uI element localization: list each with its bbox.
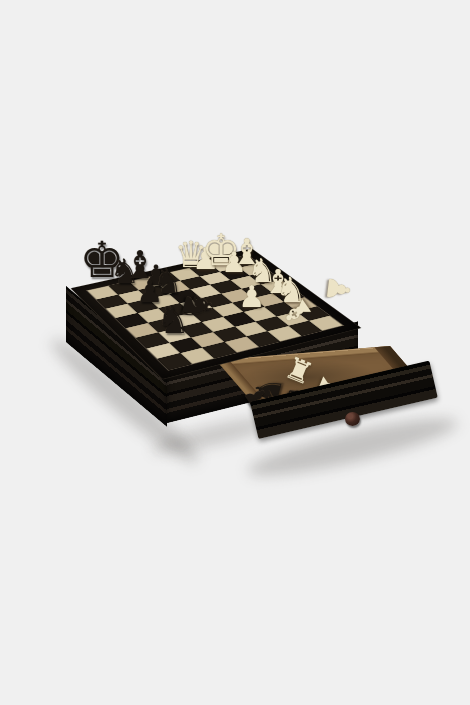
chess-set-photo: ♜♞♟♞♝♟ ♚♞♝♟♞♟♞♞♛♟♚♟♝♞♝♟♞♟♝ xyxy=(0,0,470,705)
white-pawn-3: ♟ xyxy=(239,282,266,312)
white-pawn-fallen: ♟ xyxy=(321,274,354,304)
drawer-knob-icon xyxy=(345,412,360,426)
